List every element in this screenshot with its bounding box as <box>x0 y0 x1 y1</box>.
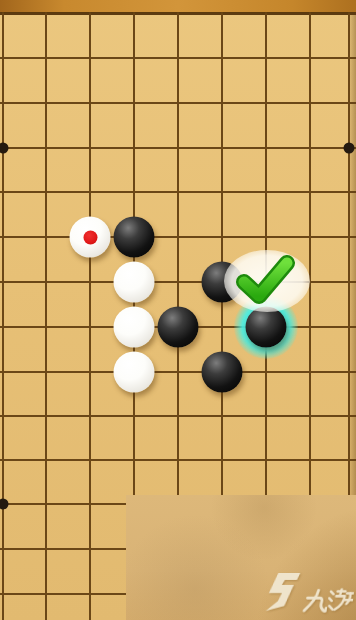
white-stone[interactable] <box>70 217 111 258</box>
grid-line-v <box>45 12 47 620</box>
board-top-edge <box>0 0 356 12</box>
board-right-edge-shade <box>350 12 356 495</box>
black-stone[interactable] <box>202 352 243 393</box>
green-check-icon <box>235 255 295 305</box>
watermark-char-jiu <box>301 587 329 614</box>
grid-line-v <box>2 12 4 620</box>
go-app-screenshot <box>0 0 356 620</box>
white-stone[interactable] <box>114 352 155 393</box>
watermark <box>259 570 356 614</box>
star-point <box>344 143 355 154</box>
jiuyou-9game-logo-icon <box>259 570 306 614</box>
star-point <box>0 499 9 510</box>
white-stone[interactable] <box>114 262 155 303</box>
black-stone[interactable] <box>114 217 155 258</box>
black-stone[interactable] <box>246 307 287 348</box>
star-point <box>0 143 9 154</box>
grid-line-v <box>89 12 91 620</box>
watermark-char-you <box>326 587 354 614</box>
white-stone[interactable] <box>114 307 155 348</box>
red-dot-move-marker <box>83 230 97 244</box>
black-stone[interactable] <box>158 307 199 348</box>
